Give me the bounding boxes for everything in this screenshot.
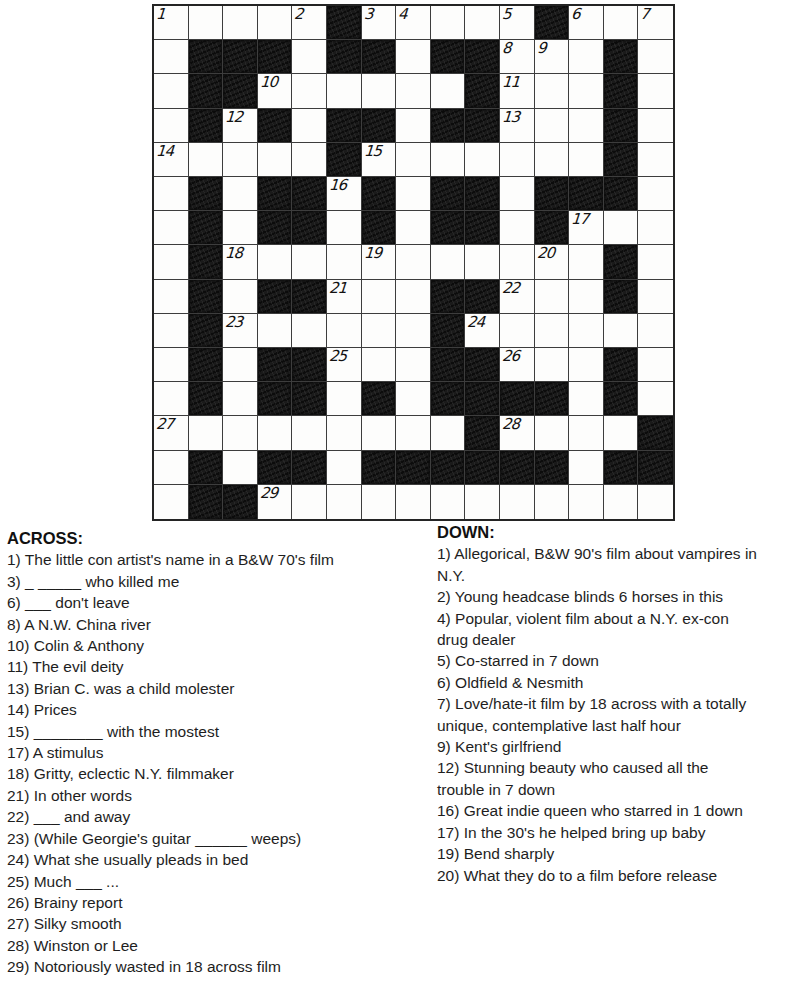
cell-r12c11-black: [500, 382, 535, 416]
across-clue-13: 13) Brian C. was a child molester: [7, 678, 359, 699]
down-clue-5: 5) Co-starred in 7 down: [437, 650, 759, 671]
down-clues: DOWN: 1) Allegorical, B&W 90's film abou…: [437, 522, 759, 886]
across-clue-24: 24) What she usually pleads in bed: [7, 849, 359, 870]
cell-r15c15[interactable]: [638, 485, 673, 519]
cell-r6c2-black: [189, 177, 224, 211]
cell-r13c5[interactable]: [292, 416, 327, 450]
cell-r2c14-black: [604, 40, 639, 74]
cell-r4c4-black: [258, 109, 293, 143]
across-clue-3: 3) _ _____ who killed me: [7, 571, 359, 592]
cell-r14c11-black: [500, 451, 535, 485]
cell-r7c14[interactable]: [604, 211, 639, 245]
clue-number-11: 11: [501, 74, 519, 91]
cell-r9c10-black: [465, 280, 500, 314]
cell-r1c2[interactable]: [189, 6, 224, 40]
cell-r15c11[interactable]: [500, 485, 535, 519]
clue-number-9: 9: [536, 40, 546, 57]
across-clue-27: 27) Silky smooth: [7, 913, 359, 934]
cell-r1c6-black: [327, 6, 362, 40]
cell-r9c5-black: [292, 280, 327, 314]
clue-number-29: 29: [259, 485, 277, 502]
cell-r2c4-black: [258, 40, 293, 74]
cell-r7c7-black: [362, 211, 397, 245]
cell-r4c13[interactable]: [569, 109, 604, 143]
cell-r11c11[interactable]: 26: [500, 348, 535, 382]
cell-r10c8[interactable]: [396, 314, 431, 348]
cell-r5c1[interactable]: 14: [154, 143, 189, 177]
cell-r11c12[interactable]: [535, 348, 570, 382]
cell-r10c14[interactable]: [604, 314, 639, 348]
across-clue-28: 28) Winston or Lee: [7, 935, 359, 956]
cell-r1c12-black: [535, 6, 570, 40]
puzzle-page: 1234567891011121314151617181920212223242…: [0, 0, 806, 999]
cell-r2c9-black: [431, 40, 466, 74]
cell-r9c8[interactable]: [396, 280, 431, 314]
cell-r2c6-black: [327, 40, 362, 74]
cell-r9c3[interactable]: [223, 280, 258, 314]
cell-r5c12[interactable]: [535, 143, 570, 177]
across-clue-29: 29) Notoriously wasted in 18 across film: [7, 956, 359, 977]
down-list: 1) Allegorical, B&W 90's film about vamp…: [437, 543, 759, 886]
cell-r11c1[interactable]: [154, 348, 189, 382]
cell-r7c10-black: [465, 211, 500, 245]
cell-r2c5[interactable]: [292, 40, 327, 74]
cell-r7c12-black: [535, 211, 570, 245]
cell-r1c7[interactable]: 3: [362, 6, 397, 40]
down-header: DOWN:: [437, 522, 759, 543]
cell-r1c14[interactable]: [604, 6, 639, 40]
cell-r6c8[interactable]: [396, 177, 431, 211]
cell-r9c4-black: [258, 280, 293, 314]
cell-r2c12[interactable]: 9: [535, 40, 570, 74]
cell-r14c1[interactable]: [154, 451, 189, 485]
cell-r3c9[interactable]: [431, 74, 466, 108]
cell-r15c7[interactable]: [362, 485, 397, 519]
across-clue-21: 21) In other words: [7, 785, 359, 806]
cell-r5c14-black: [604, 143, 639, 177]
cell-r4c1[interactable]: [154, 109, 189, 143]
cell-r3c3-black: [223, 74, 258, 108]
across-clue-11: 11) The evil deity: [7, 656, 359, 677]
down-clue-20: 20) What they do to a film before releas…: [437, 865, 759, 886]
cell-r14c14-black: [604, 451, 639, 485]
cell-r5c3[interactable]: [223, 143, 258, 177]
cell-r5c15[interactable]: [638, 143, 673, 177]
cell-r15c9[interactable]: [431, 485, 466, 519]
cell-r4c5[interactable]: [292, 109, 327, 143]
clue-number-26: 26: [501, 348, 519, 365]
cell-r5c9[interactable]: [431, 143, 466, 177]
cell-r6c15[interactable]: [638, 177, 673, 211]
cell-r11c9-black: [431, 348, 466, 382]
cell-r8c9[interactable]: [431, 245, 466, 279]
across-clue-8: 8) A N.W. China river: [7, 614, 359, 635]
across-clue-17: 17) A stimulus: [7, 742, 359, 763]
cell-r15c13[interactable]: [569, 485, 604, 519]
cell-r10c13[interactable]: [569, 314, 604, 348]
down-clue-16: 16) Great indie queen who starred in 1 d…: [437, 800, 759, 821]
cell-r10c12[interactable]: [535, 314, 570, 348]
cell-r11c6[interactable]: 25: [327, 348, 362, 382]
across-clue-26: 26) Brainy report: [7, 892, 359, 913]
cell-r8c12[interactable]: 20: [535, 245, 570, 279]
cell-r5c6-black: [327, 143, 362, 177]
cell-r5c4[interactable]: [258, 143, 293, 177]
cell-r12c15[interactable]: [638, 382, 673, 416]
cell-r11c2-black: [189, 348, 224, 382]
cell-r11c13[interactable]: [569, 348, 604, 382]
cell-r3c8[interactable]: [396, 74, 431, 108]
clue-number-5: 5: [501, 6, 511, 23]
clue-number-25: 25: [328, 348, 346, 365]
cell-r8c1[interactable]: [154, 245, 189, 279]
cell-r10c7[interactable]: [362, 314, 397, 348]
cell-r1c5[interactable]: 2: [292, 6, 327, 40]
cell-r9c13[interactable]: [569, 280, 604, 314]
across-clue-18: 18) Gritty, eclectic N.Y. filmmaker: [7, 763, 359, 784]
cell-r6c10-black: [465, 177, 500, 211]
cell-r3c5[interactable]: [292, 74, 327, 108]
cell-r3c1[interactable]: [154, 74, 189, 108]
cell-r2c11[interactable]: 8: [500, 40, 535, 74]
down-clue-9: 9) Kent's girlfriend: [437, 736, 759, 757]
cell-r4c2-black: [189, 109, 224, 143]
cell-r6c1[interactable]: [154, 177, 189, 211]
cell-r10c1[interactable]: [154, 314, 189, 348]
cell-r13c6[interactable]: [327, 416, 362, 450]
clue-number-3: 3: [363, 6, 373, 23]
cell-r2c7-black: [362, 40, 397, 74]
cell-r4c7-black: [362, 109, 397, 143]
cell-r15c1[interactable]: [154, 485, 189, 519]
cell-r14c7-black: [362, 451, 397, 485]
across-clue-23: 23) (While Georgie's guitar ______ weeps…: [7, 828, 359, 849]
cell-r11c10-black: [465, 348, 500, 382]
across-clue-10: 10) Colin & Anthony: [7, 635, 359, 656]
cell-r14c8-black: [396, 451, 431, 485]
cell-r1c8[interactable]: 4: [396, 6, 431, 40]
cell-r6c11[interactable]: [500, 177, 535, 211]
clue-number-27: 27: [155, 416, 173, 433]
clue-number-22: 22: [501, 280, 519, 297]
cell-r6c5-black: [292, 177, 327, 211]
cell-r12c7-black: [362, 382, 397, 416]
clue-number-14: 14: [155, 143, 173, 160]
cell-r12c13[interactable]: [569, 382, 604, 416]
cell-r13c10-black: [465, 416, 500, 450]
down-clue-6: 6) Oldfield & Nesmith: [437, 672, 759, 693]
cell-r2c13[interactable]: [569, 40, 604, 74]
cell-r1c1[interactable]: 1: [154, 6, 189, 40]
cell-r3c11[interactable]: 11: [500, 74, 535, 108]
cell-r8c5[interactable]: [292, 245, 327, 279]
clue-number-13: 13: [501, 109, 519, 126]
across-clue-22: 22) ___ and away: [7, 806, 359, 827]
cell-r1c15[interactable]: 7: [638, 6, 673, 40]
cell-r10c6[interactable]: [327, 314, 362, 348]
cell-r8c3[interactable]: 18: [223, 245, 258, 279]
cell-r12c1[interactable]: [154, 382, 189, 416]
clue-number-2: 2: [294, 6, 304, 23]
down-clue-17: 17) In the 30's he helped bring up baby: [437, 822, 759, 843]
cell-r12c4-black: [258, 382, 293, 416]
cell-r10c5[interactable]: [292, 314, 327, 348]
cell-r3c6[interactable]: [327, 74, 362, 108]
cell-r13c14[interactable]: [604, 416, 639, 450]
across-header: ACROSS:: [7, 528, 359, 549]
clue-number-17: 17: [571, 211, 589, 228]
cell-r15c12[interactable]: [535, 485, 570, 519]
cell-r10c2-black: [189, 314, 224, 348]
cell-r11c14-black: [604, 348, 639, 382]
clue-number-21: 21: [328, 280, 346, 297]
clue-number-7: 7: [640, 6, 650, 23]
cell-r13c1[interactable]: 27: [154, 416, 189, 450]
cell-r5c2[interactable]: [189, 143, 224, 177]
cell-r14c13[interactable]: [569, 451, 604, 485]
cell-r15c4[interactable]: 29: [258, 485, 293, 519]
cell-r10c15[interactable]: [638, 314, 673, 348]
cell-r4c9-black: [431, 109, 466, 143]
cell-r6c12-black: [535, 177, 570, 211]
cell-r1c11[interactable]: 5: [500, 6, 535, 40]
cell-r3c4[interactable]: 10: [258, 74, 293, 108]
cell-r13c9[interactable]: [431, 416, 466, 450]
cell-r8c14-black: [604, 245, 639, 279]
cell-r11c3[interactable]: [223, 348, 258, 382]
crossword-grid: 1234567891011121314151617181920212223242…: [152, 4, 675, 521]
clue-number-24: 24: [467, 314, 485, 331]
cell-r12c8[interactable]: [396, 382, 431, 416]
cell-r1c13[interactable]: 6: [569, 6, 604, 40]
cell-r4c8[interactable]: [396, 109, 431, 143]
cell-r2c10-black: [465, 40, 500, 74]
cell-r9c15[interactable]: [638, 280, 673, 314]
cell-r8c15[interactable]: [638, 245, 673, 279]
clue-number-6: 6: [571, 6, 581, 23]
cell-r15c3-black: [223, 485, 258, 519]
cell-r4c14-black: [604, 109, 639, 143]
cell-r11c8[interactable]: [396, 348, 431, 382]
cell-r15c8[interactable]: [396, 485, 431, 519]
cell-r3c12[interactable]: [535, 74, 570, 108]
cell-r5c8[interactable]: [396, 143, 431, 177]
cell-r9c9-black: [431, 280, 466, 314]
cell-r7c5-black: [292, 211, 327, 245]
clue-number-15: 15: [363, 143, 381, 160]
cell-r12c2-black: [189, 382, 224, 416]
cell-r13c2[interactable]: [189, 416, 224, 450]
down-clue-2: 2) Young headcase blinds 6 horses in thi…: [437, 586, 759, 607]
cell-r14c10-black: [465, 451, 500, 485]
cell-r2c15[interactable]: [638, 40, 673, 74]
cell-r7c3[interactable]: [223, 211, 258, 245]
cell-r4c15[interactable]: [638, 109, 673, 143]
cell-r4c10-black: [465, 109, 500, 143]
cell-r6c14-black: [604, 177, 639, 211]
clue-number-12: 12: [225, 109, 243, 126]
cell-r14c4-black: [258, 451, 293, 485]
cell-r4c6-black: [327, 109, 362, 143]
cell-r9c11[interactable]: 22: [500, 280, 535, 314]
cell-r7c4-black: [258, 211, 293, 245]
cell-r2c2-black: [189, 40, 224, 74]
cell-r8c13[interactable]: [569, 245, 604, 279]
cell-r14c6[interactable]: [327, 451, 362, 485]
cell-r3c7[interactable]: [362, 74, 397, 108]
cell-r14c9-black: [431, 451, 466, 485]
cell-r1c10[interactable]: [465, 6, 500, 40]
cell-r7c1[interactable]: [154, 211, 189, 245]
cell-r12c10-black: [465, 382, 500, 416]
clue-number-20: 20: [536, 245, 554, 262]
cell-r15c14[interactable]: [604, 485, 639, 519]
cell-r5c13[interactable]: [569, 143, 604, 177]
cell-r14c5-black: [292, 451, 327, 485]
cell-r7c9-black: [431, 211, 466, 245]
cell-r6c4-black: [258, 177, 293, 211]
cell-r13c12[interactable]: [535, 416, 570, 450]
cell-r13c8[interactable]: [396, 416, 431, 450]
cell-r5c10[interactable]: [465, 143, 500, 177]
clue-number-8: 8: [501, 40, 511, 57]
cell-r7c8[interactable]: [396, 211, 431, 245]
cell-r12c3[interactable]: [223, 382, 258, 416]
cell-r10c3[interactable]: 23: [223, 314, 258, 348]
clue-number-16: 16: [328, 177, 346, 194]
cell-r1c3[interactable]: [223, 6, 258, 40]
cell-r4c12[interactable]: [535, 109, 570, 143]
cell-r6c13-black: [569, 177, 604, 211]
clue-number-1: 1: [155, 6, 165, 23]
cell-r15c5[interactable]: [292, 485, 327, 519]
cell-r5c11[interactable]: [500, 143, 535, 177]
cell-r12c6[interactable]: [327, 382, 362, 416]
cell-r3c2-black: [189, 74, 224, 108]
clue-number-10: 10: [259, 74, 277, 91]
cell-r1c4[interactable]: [258, 6, 293, 40]
cell-r7c2-black: [189, 211, 224, 245]
cell-r15c10[interactable]: [465, 485, 500, 519]
cell-r11c5-black: [292, 348, 327, 382]
cell-r4c3[interactable]: 12: [223, 109, 258, 143]
cell-r9c12[interactable]: [535, 280, 570, 314]
cell-r13c7[interactable]: [362, 416, 397, 450]
cell-r12c5-black: [292, 382, 327, 416]
cell-r7c13[interactable]: 17: [569, 211, 604, 245]
down-clue-7: 7) Love/hate-it film by 18 across with a…: [437, 693, 759, 736]
cell-r12c12-black: [535, 382, 570, 416]
cell-r8c6[interactable]: [327, 245, 362, 279]
cell-r7c6[interactable]: [327, 211, 362, 245]
cell-r6c3[interactable]: [223, 177, 258, 211]
cell-r9c14-black: [604, 280, 639, 314]
down-clue-12: 12) Stunning beauty who caused all the t…: [437, 757, 759, 800]
cell-r8c8[interactable]: [396, 245, 431, 279]
cell-r13c13[interactable]: [569, 416, 604, 450]
cell-r9c7[interactable]: [362, 280, 397, 314]
cell-r4c11[interactable]: 13: [500, 109, 535, 143]
cell-r3c14-black: [604, 74, 639, 108]
cell-r8c4[interactable]: [258, 245, 293, 279]
clue-number-19: 19: [363, 245, 381, 262]
cell-r13c3[interactable]: [223, 416, 258, 450]
clue-number-4: 4: [398, 6, 408, 23]
cell-r6c7-black: [362, 177, 397, 211]
cell-r13c4[interactable]: [258, 416, 293, 450]
across-clue-15: 15) ________ with the mostest: [7, 721, 359, 742]
across-clue-6: 6) ___ don't leave: [7, 592, 359, 613]
cell-r2c8[interactable]: [396, 40, 431, 74]
across-clue-25: 25) Much ___ ...: [7, 871, 359, 892]
down-clue-1: 1) Allegorical, B&W 90's film about vamp…: [437, 543, 759, 586]
cell-r3c13[interactable]: [569, 74, 604, 108]
cell-r5c7[interactable]: 15: [362, 143, 397, 177]
cell-r8c10[interactable]: [465, 245, 500, 279]
cell-r7c11[interactable]: [500, 211, 535, 245]
cell-r12c14-black: [604, 382, 639, 416]
cell-r6c9-black: [431, 177, 466, 211]
cell-r3c10-black: [465, 74, 500, 108]
across-clue-14: 14) Prices: [7, 699, 359, 720]
cell-r10c10[interactable]: 24: [465, 314, 500, 348]
cell-r3c15[interactable]: [638, 74, 673, 108]
cell-r9c1[interactable]: [154, 280, 189, 314]
cell-r8c11[interactable]: [500, 245, 535, 279]
cell-r6c6[interactable]: 16: [327, 177, 362, 211]
cell-r11c4-black: [258, 348, 293, 382]
down-clue-4: 4) Popular, violent film about a N.Y. ex…: [437, 608, 759, 651]
across-clues: ACROSS: 1) The little con artist's name …: [7, 528, 359, 978]
cell-r9c2-black: [189, 280, 224, 314]
cell-r10c4[interactable]: [258, 314, 293, 348]
cell-r15c2-black: [189, 485, 224, 519]
cell-r7c15[interactable]: [638, 211, 673, 245]
across-clue-1: 1) The little con artist's name in a B&W…: [7, 549, 359, 570]
across-list: 1) The little con artist's name in a B&W…: [7, 549, 359, 977]
cell-r15c6[interactable]: [327, 485, 362, 519]
clue-number-18: 18: [225, 245, 243, 262]
clue-number-23: 23: [225, 314, 243, 331]
cell-r2c3-black: [223, 40, 258, 74]
clue-number-28: 28: [501, 416, 519, 433]
cell-r9c6[interactable]: 21: [327, 280, 362, 314]
cell-r14c12-black: [535, 451, 570, 485]
cell-r8c2-black: [189, 245, 224, 279]
cell-r13c15-black: [638, 416, 673, 450]
cell-r14c2-black: [189, 451, 224, 485]
cell-r8c7[interactable]: 19: [362, 245, 397, 279]
cell-r10c9-black: [431, 314, 466, 348]
cell-r10c11[interactable]: [500, 314, 535, 348]
down-clue-19: 19) Bend sharply: [437, 843, 759, 864]
cell-r11c7[interactable]: [362, 348, 397, 382]
cell-r12c9-black: [431, 382, 466, 416]
cell-r2c1[interactable]: [154, 40, 189, 74]
cell-r13c11[interactable]: 28: [500, 416, 535, 450]
cell-r1c9[interactable]: [431, 6, 466, 40]
cell-r14c15-black: [638, 451, 673, 485]
cell-r5c5[interactable]: [292, 143, 327, 177]
cell-r11c15[interactable]: [638, 348, 673, 382]
cell-r14c3[interactable]: [223, 451, 258, 485]
